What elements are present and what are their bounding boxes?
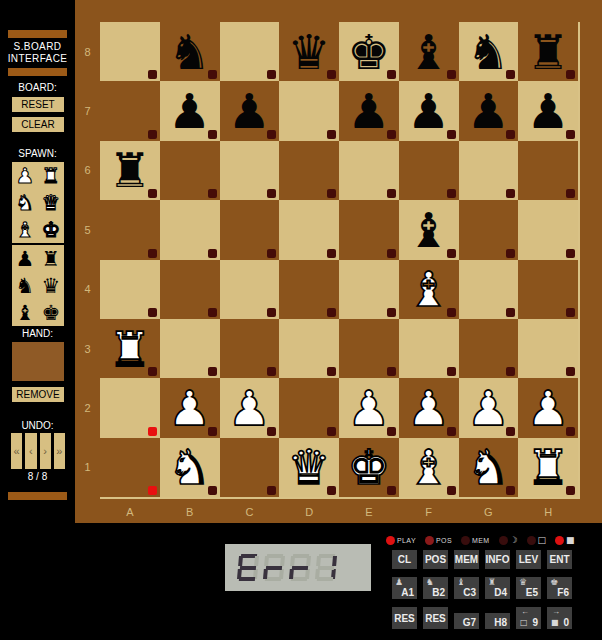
- square-led-g4: [506, 308, 515, 317]
- undo-controls: «‹›»: [11, 433, 65, 469]
- square-led-b6: [208, 189, 217, 198]
- square-f5[interactable]: ♝: [399, 200, 459, 259]
- square-led-e3: [387, 367, 396, 376]
- key-queen-icon: ♛: [519, 577, 527, 587]
- key-9[interactable]: 9←□: [516, 607, 541, 629]
- lcd-segment: [316, 556, 321, 566]
- square-d7[interactable]: [279, 81, 339, 140]
- hand-section-label: HAND:: [0, 328, 75, 339]
- square-e4[interactable]: [339, 260, 399, 319]
- square-led-g2: [506, 427, 515, 436]
- lcd-segment: [254, 556, 259, 566]
- square-led-e5: [387, 249, 396, 258]
- square-led-d8: [327, 70, 336, 79]
- square-a8[interactable]: [100, 22, 160, 81]
- square-led-a8: [148, 70, 157, 79]
- key-g7[interactable]: G7: [454, 613, 479, 629]
- indicator-moon: ☽: [499, 536, 518, 545]
- key-b2[interactable]: B2♞: [423, 577, 448, 599]
- chess-board-frame: ♞♛♚♝♞♜♟♟♟♟♟♟♜♝♝♜♟♟♟♟♟♟♞♛♚♝♞♜ 87654321 AB…: [75, 0, 602, 523]
- lcd-digit-1: [237, 554, 259, 581]
- chess-board: ♞♛♚♝♞♜♟♟♟♟♟♟♜♝♝♜♟♟♟♟♟♟♞♛♚♝♞♜: [100, 22, 580, 499]
- square-b5[interactable]: [160, 200, 220, 259]
- indicator-led-mem: [461, 536, 470, 545]
- spawn-black-queen[interactable]: ♛: [38, 272, 64, 299]
- square-d6[interactable]: [279, 141, 339, 200]
- rank-label-8: 8: [75, 22, 100, 81]
- undo-to-start-button[interactable]: «: [11, 433, 22, 469]
- square-b4[interactable]: [160, 260, 220, 319]
- square-led-h4: [566, 308, 575, 317]
- file-label-F: F: [399, 504, 459, 519]
- square-g8[interactable]: ♞: [459, 22, 519, 81]
- lcd-segment: [291, 577, 307, 581]
- square-led-c5: [267, 249, 276, 258]
- square-a3[interactable]: ♜: [100, 319, 160, 378]
- spawn-white-knight[interactable]: ♞: [12, 189, 38, 216]
- square-g5[interactable]: [459, 200, 519, 259]
- keypad: CLPOSMEMINFOLEVENTA1♟B2♞C3♝D4♜E5♛F6♚RESR…: [392, 550, 572, 629]
- square-e7[interactable]: ♟: [339, 81, 399, 140]
- square-g3[interactable]: [459, 319, 519, 378]
- lcd-segment: [315, 569, 320, 579]
- app-title: S.BOARD INTERFACE: [0, 41, 75, 65]
- square-b1[interactable]: ♞: [160, 438, 220, 497]
- square-led-c2: [267, 427, 276, 436]
- file-label-E: E: [339, 504, 399, 519]
- square-led-g6: [506, 189, 515, 198]
- square-h4[interactable]: [518, 260, 578, 319]
- key-res-1[interactable]: RES: [392, 607, 417, 629]
- rank-label-2: 2: [75, 378, 100, 437]
- lcd-segment: [317, 577, 333, 581]
- square-c8[interactable]: [220, 22, 280, 81]
- square-a6[interactable]: ♜: [100, 141, 160, 200]
- hand-box[interactable]: [12, 342, 64, 381]
- app-title-line2: INTERFACE: [0, 53, 75, 65]
- square-f7[interactable]: ♟: [399, 81, 459, 140]
- square-led-d7: [327, 130, 336, 139]
- square-f2[interactable]: ♟: [399, 378, 459, 437]
- square-a5[interactable]: [100, 200, 160, 259]
- square-e6[interactable]: [339, 141, 399, 200]
- square-h3[interactable]: [518, 319, 578, 378]
- lcd-segment: [263, 569, 268, 579]
- lcd-segment: [332, 556, 337, 566]
- square-led-d5: [327, 249, 336, 258]
- lcd-segment: [266, 566, 282, 570]
- key-king-icon: ♚: [550, 577, 558, 587]
- indicator-square-filled: ■: [555, 536, 575, 545]
- square-c3[interactable]: [220, 319, 280, 378]
- indicator-mem: MEM: [461, 536, 490, 545]
- indicator-led-play: [386, 536, 395, 545]
- key-c3[interactable]: C3♝: [454, 577, 479, 599]
- square-led-g8: [506, 70, 515, 79]
- square-led-b8: [208, 70, 217, 79]
- sidebar-top-bar: [8, 30, 67, 38]
- key-info[interactable]: INFO: [485, 550, 510, 569]
- square-b8[interactable]: ♞: [160, 22, 220, 81]
- square-g7[interactable]: ♟: [459, 81, 519, 140]
- square-a7[interactable]: [100, 81, 160, 140]
- rank-label-1: 1: [75, 438, 100, 497]
- square-led-h6: [566, 189, 575, 198]
- square-c7[interactable]: ♟: [220, 81, 280, 140]
- indicator-panel: PLAYPOSMEM☽□■: [386, 534, 600, 546]
- square-led-f1: [447, 486, 456, 495]
- app-title-line1: S.BOARD: [0, 41, 75, 53]
- lcd-segment: [240, 566, 256, 570]
- square-led-a4: [148, 308, 157, 317]
- file-label-B: B: [160, 504, 220, 519]
- remove-button[interactable]: REMOVE: [12, 387, 64, 402]
- rank-label-6: 6: [75, 141, 100, 200]
- lcd-segment: [280, 556, 285, 566]
- key-arrow-icon: ←: [521, 607, 529, 616]
- square-g4[interactable]: [459, 260, 519, 319]
- square-led-h7: [566, 130, 575, 139]
- lcd-digits: [237, 554, 337, 581]
- square-led-c3: [267, 367, 276, 376]
- key-arrow-icon: →: [552, 607, 560, 616]
- square-d8[interactable]: ♛: [279, 22, 339, 81]
- key-0[interactable]: 0→■: [547, 607, 572, 629]
- square-h7[interactable]: ♟: [518, 81, 578, 140]
- square-h2[interactable]: ♟: [518, 378, 578, 437]
- key-f6[interactable]: F6♚: [547, 577, 572, 599]
- square-led-c8: [267, 70, 276, 79]
- moon-icon: ☽: [510, 536, 518, 545]
- spawn-black-king[interactable]: ♚: [38, 299, 64, 326]
- square-b3[interactable]: [160, 319, 220, 378]
- lcd-digit-4: [315, 554, 337, 581]
- indicator-label-play: PLAY: [397, 537, 416, 544]
- square-d3[interactable]: [279, 319, 339, 378]
- file-label-H: H: [518, 504, 578, 519]
- square-led-c6: [267, 189, 276, 198]
- spawn-white-king[interactable]: ♚: [38, 216, 64, 243]
- redo-button[interactable]: ›: [40, 433, 51, 469]
- sboard-interface-app: S.BOARD INTERFACE BOARD: RESET CLEAR SPA…: [0, 0, 602, 640]
- spawn-panel-black: ♟♜♞♛♝♚: [12, 245, 64, 326]
- square-led-b5: [208, 249, 217, 258]
- key-pawn-icon: ♟: [395, 577, 403, 587]
- file-label-D: D: [279, 504, 339, 519]
- square-led-a7: [148, 130, 157, 139]
- lcd-digit-3: [289, 554, 311, 581]
- square-led-b3: [208, 367, 217, 376]
- spawn-white-pawn[interactable]: ♟: [12, 162, 38, 189]
- spawn-black-knight[interactable]: ♞: [12, 272, 38, 299]
- square-led-f6: [447, 189, 456, 198]
- reset-button[interactable]: RESET: [12, 97, 64, 112]
- key-h8[interactable]: H8: [485, 613, 510, 629]
- indicator-label-pos: POS: [436, 537, 452, 544]
- square-led-e1: [387, 486, 396, 495]
- square-led-c4: [267, 308, 276, 317]
- square-led-f5: [447, 249, 456, 258]
- lcd-digit-2: [263, 554, 285, 581]
- square-led-d1: [327, 486, 336, 495]
- indicator-led-square-outline: [527, 536, 536, 545]
- square-led-d3: [327, 367, 336, 376]
- square-e5[interactable]: [339, 200, 399, 259]
- key-pos[interactable]: POS: [423, 550, 448, 569]
- key-ent[interactable]: ENT: [547, 550, 572, 569]
- key-d4[interactable]: D4♜: [485, 577, 510, 599]
- square-f4[interactable]: ♝: [399, 260, 459, 319]
- square-led-e4: [387, 308, 396, 317]
- square-led-g1: [506, 486, 515, 495]
- square-c1[interactable]: [220, 438, 280, 497]
- square-d2[interactable]: [279, 378, 339, 437]
- square-c6[interactable]: [220, 141, 280, 200]
- square-h8[interactable]: ♜: [518, 22, 578, 81]
- square-led-d4: [327, 308, 336, 317]
- indicator-led-moon: [499, 536, 508, 545]
- square-led-f4: [447, 308, 456, 317]
- indicator-led-square-filled: [555, 536, 564, 545]
- square-g1[interactable]: ♞: [459, 438, 519, 497]
- square-h5[interactable]: [518, 200, 578, 259]
- sidebar: S.BOARD INTERFACE BOARD: RESET CLEAR SPA…: [0, 0, 75, 640]
- key-lev[interactable]: LEV: [516, 550, 541, 569]
- square-led-h2: [566, 427, 575, 436]
- undo-counter: 8 / 8: [0, 471, 75, 482]
- spawn-black-pawn[interactable]: ♟: [12, 245, 38, 272]
- square-f1[interactable]: ♝: [399, 438, 459, 497]
- spawn-white-rook[interactable]: ♜: [38, 162, 64, 189]
- square-a1[interactable]: [100, 438, 160, 497]
- square-led-b4: [208, 308, 217, 317]
- spawn-panel-white: ♟♜♞♛♝♚: [12, 162, 64, 243]
- indicator-pos: POS: [425, 536, 452, 545]
- square-led-d2: [327, 427, 336, 436]
- lcd-segment: [238, 556, 243, 566]
- square-h6[interactable]: [518, 141, 578, 200]
- lcd-segment: [237, 569, 242, 579]
- square-g2[interactable]: ♟: [459, 378, 519, 437]
- square-led-g7: [506, 130, 515, 139]
- square-e3[interactable]: [339, 319, 399, 378]
- square-led-a2: [148, 427, 157, 436]
- square-led-e2: [387, 427, 396, 436]
- square-led-f3: [447, 367, 456, 376]
- spawn-black-bishop[interactable]: ♝: [12, 299, 38, 326]
- square-c4[interactable]: [220, 260, 280, 319]
- file-label-A: A: [100, 504, 160, 519]
- square-led-b1: [208, 486, 217, 495]
- square-led-h8: [566, 70, 575, 79]
- indicator-led-pos: [425, 536, 434, 545]
- board-section-label: BOARD:: [0, 82, 75, 93]
- square-a2[interactable]: [100, 378, 160, 437]
- square-led-g5: [506, 249, 515, 258]
- clear-button[interactable]: CLEAR: [12, 117, 64, 132]
- square-led-a6: [148, 189, 157, 198]
- lcd-segment: [318, 566, 334, 570]
- square-filled-icon: ■: [551, 618, 559, 627]
- square-led-f2: [447, 427, 456, 436]
- square-outline-icon: □: [520, 618, 528, 627]
- square-led-d6: [327, 189, 336, 198]
- square-led-a3: [148, 367, 157, 376]
- lcd-segment: [290, 556, 295, 566]
- key-bishop-icon: ♝: [457, 577, 465, 587]
- square-led-f7: [447, 130, 456, 139]
- lcd-segment: [306, 556, 311, 566]
- square-b2[interactable]: ♟: [160, 378, 220, 437]
- lcd-segment: [292, 566, 308, 570]
- square-g6[interactable]: [459, 141, 519, 200]
- square-d1[interactable]: ♛: [279, 438, 339, 497]
- lcd-segment: [289, 569, 294, 579]
- file-label-C: C: [220, 504, 280, 519]
- square-e8[interactable]: ♚: [339, 22, 399, 81]
- lcd-segment: [239, 577, 255, 581]
- square-led-g3: [506, 367, 515, 376]
- square-led-e6: [387, 189, 396, 198]
- square-d5[interactable]: [279, 200, 339, 259]
- square-outline-icon: □: [538, 536, 547, 545]
- key-knight-icon: ♞: [426, 577, 434, 587]
- square-led-h1: [566, 486, 575, 495]
- indicator-square-outline: □: [527, 536, 547, 545]
- square-led-c7: [267, 130, 276, 139]
- square-h1[interactable]: ♜: [518, 438, 578, 497]
- square-led-f8: [447, 70, 456, 79]
- spawn-section-label: SPAWN:: [0, 148, 75, 159]
- spawn-white-queen[interactable]: ♛: [38, 189, 64, 216]
- square-f3[interactable]: [399, 319, 459, 378]
- indicator-play: PLAY: [386, 536, 416, 545]
- rank-label-4: 4: [75, 260, 100, 319]
- rank-label-7: 7: [75, 81, 100, 140]
- spawn-white-bishop[interactable]: ♝: [12, 216, 38, 243]
- square-f8[interactable]: ♝: [399, 22, 459, 81]
- lcd-display: [225, 544, 371, 591]
- square-led-h5: [566, 249, 575, 258]
- square-filled-icon: ■: [566, 536, 575, 545]
- square-led-h3: [566, 367, 575, 376]
- square-c5[interactable]: [220, 200, 280, 259]
- square-led-b7: [208, 130, 217, 139]
- spawn-black-rook[interactable]: ♜: [38, 245, 64, 272]
- key-rook-icon: ♜: [488, 577, 496, 587]
- square-led-b2: [208, 427, 217, 436]
- undo-button[interactable]: ‹: [25, 433, 36, 469]
- square-a4[interactable]: [100, 260, 160, 319]
- file-label-G: G: [459, 504, 519, 519]
- rank-label-3: 3: [75, 319, 100, 378]
- square-c2[interactable]: ♟: [220, 378, 280, 437]
- sidebar-divider-bar: [8, 68, 67, 76]
- lcd-segment: [265, 577, 281, 581]
- square-led-a5: [148, 249, 157, 258]
- key-e5[interactable]: E5♛: [516, 577, 541, 599]
- square-led-c1: [267, 486, 276, 495]
- key-res-2[interactable]: RES: [423, 607, 448, 629]
- square-d4[interactable]: [279, 260, 339, 319]
- square-b7[interactable]: ♟: [160, 81, 220, 140]
- rank-label-5: 5: [75, 200, 100, 259]
- indicator-label-mem: MEM: [472, 537, 490, 544]
- square-led-e7: [387, 130, 396, 139]
- undo-section-label: UNDO:: [0, 420, 75, 431]
- key-a1[interactable]: A1♟: [392, 577, 417, 599]
- redo-to-end-button[interactable]: »: [54, 433, 65, 469]
- square-led-a1: [148, 486, 157, 495]
- lcd-segment: [264, 556, 269, 566]
- key-cl[interactable]: CL: [392, 550, 417, 569]
- square-e1[interactable]: ♚: [339, 438, 399, 497]
- sidebar-bottom-bar: [8, 492, 67, 500]
- square-e2[interactable]: ♟: [339, 378, 399, 437]
- key-mem[interactable]: MEM: [454, 550, 479, 569]
- square-led-e8: [387, 70, 396, 79]
- square-f6[interactable]: [399, 141, 459, 200]
- square-b6[interactable]: [160, 141, 220, 200]
